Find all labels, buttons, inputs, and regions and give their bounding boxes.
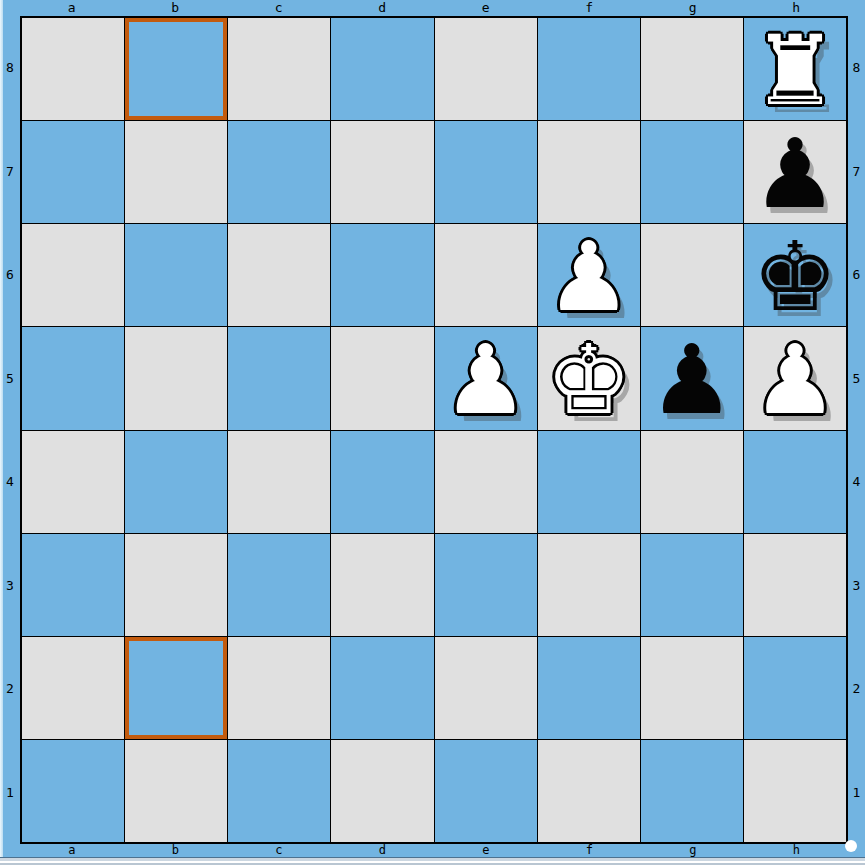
square-c1[interactable] [228,740,330,842]
file-label-e: e [434,844,538,857]
rank-label-8: 8 [848,60,865,75]
rank-label-1: 1 [0,785,20,800]
rank-label-7: 7 [0,164,20,179]
square-e4[interactable] [435,431,537,533]
square-b8[interactable] [125,18,227,120]
square-e6[interactable] [435,224,537,326]
square-h2[interactable] [744,637,846,739]
square-d5[interactable] [331,327,433,429]
square-d1[interactable] [331,740,433,842]
square-b5[interactable] [125,327,227,429]
square-f4[interactable] [538,431,640,533]
square-f3[interactable] [538,534,640,636]
square-h3[interactable] [744,534,846,636]
square-a3[interactable] [22,534,124,636]
file-label-g: g [641,844,745,857]
file-label-h: h [745,0,849,16]
square-a7[interactable] [22,121,124,223]
rank-label-4: 4 [0,474,20,489]
square-g1[interactable] [641,740,743,842]
side-to-move-indicator [845,840,857,852]
square-d4[interactable] [331,431,433,533]
square-h4[interactable] [744,431,846,533]
square-a2[interactable] [22,637,124,739]
rank-label-2: 2 [848,681,865,696]
board[interactable]: ♜♟♟♚♟♚♟♟ [20,16,848,844]
rank-label-3: 3 [0,578,20,593]
file-label-a: a [20,0,124,16]
rank-label-6: 6 [0,267,20,282]
square-b3[interactable] [125,534,227,636]
square-g8[interactable] [641,18,743,120]
square-d6[interactable] [331,224,433,326]
square-c5[interactable] [228,327,330,429]
square-g4[interactable] [641,431,743,533]
square-f1[interactable] [538,740,640,842]
rank-labels-left: 87654321 [0,16,20,844]
white-pawn-f6[interactable]: ♟ [546,229,632,325]
window-bottom-edge [0,857,865,865]
square-h8[interactable]: ♜ [744,18,846,120]
square-h6[interactable]: ♚ [744,224,846,326]
square-c7[interactable] [228,121,330,223]
black-pawn-h7[interactable]: ♟ [752,126,838,222]
rank-label-4: 4 [848,474,865,489]
square-g7[interactable] [641,121,743,223]
square-f8[interactable] [538,18,640,120]
square-c3[interactable] [228,534,330,636]
square-e3[interactable] [435,534,537,636]
rank-label-2: 2 [0,681,20,696]
square-b4[interactable] [125,431,227,533]
square-a8[interactable] [22,18,124,120]
file-label-b: b [124,0,228,16]
file-label-e: e [434,0,538,16]
square-a1[interactable] [22,740,124,842]
rank-labels-right: 87654321 [848,16,865,844]
square-a5[interactable] [22,327,124,429]
black-pawn-g5[interactable]: ♟ [649,332,735,428]
file-label-f: f [538,844,642,857]
file-label-b: b [124,844,228,857]
white-rook-h8[interactable]: ♜ [752,23,838,119]
square-e8[interactable] [435,18,537,120]
file-label-g: g [641,0,745,16]
rank-label-1: 1 [848,785,865,800]
board-panel: abcdefgh 87654321 87654321 ♜♟♟♚♟♚♟♟ abcd… [0,0,865,865]
square-f2[interactable] [538,637,640,739]
file-label-c: c [227,0,331,16]
square-b2[interactable] [125,637,227,739]
black-king-h6[interactable]: ♚ [752,229,838,325]
square-f6[interactable]: ♟ [538,224,640,326]
square-g5[interactable]: ♟ [641,327,743,429]
white-pawn-e5[interactable]: ♟ [443,332,529,428]
square-h1[interactable] [744,740,846,842]
white-king-f5[interactable]: ♚ [546,332,632,428]
square-f5[interactable]: ♚ [538,327,640,429]
square-d3[interactable] [331,534,433,636]
file-labels-bottom: abcdefgh [20,844,848,857]
square-e2[interactable] [435,637,537,739]
file-labels-top: abcdefgh [20,0,848,16]
rank-label-8: 8 [0,60,20,75]
file-label-h: h [745,844,849,857]
square-e7[interactable] [435,121,537,223]
square-a6[interactable] [22,224,124,326]
square-d8[interactable] [331,18,433,120]
square-c4[interactable] [228,431,330,533]
square-h5[interactable]: ♟ [744,327,846,429]
rank-label-5: 5 [0,371,20,386]
rank-label-7: 7 [848,164,865,179]
square-b6[interactable] [125,224,227,326]
square-d7[interactable] [331,121,433,223]
square-a4[interactable] [22,431,124,533]
square-g6[interactable] [641,224,743,326]
square-e1[interactable] [435,740,537,842]
white-pawn-h5[interactable]: ♟ [752,332,838,428]
square-c6[interactable] [228,224,330,326]
file-label-a: a [20,844,124,857]
square-g3[interactable] [641,534,743,636]
square-g2[interactable] [641,637,743,739]
square-c8[interactable] [228,18,330,120]
file-label-c: c [227,844,331,857]
square-e5[interactable]: ♟ [435,327,537,429]
rank-label-6: 6 [848,267,865,282]
square-b1[interactable] [125,740,227,842]
square-d2[interactable] [331,637,433,739]
file-label-d: d [331,0,435,16]
square-f7[interactable] [538,121,640,223]
square-b7[interactable] [125,121,227,223]
square-c2[interactable] [228,637,330,739]
file-label-f: f [538,0,642,16]
rank-label-3: 3 [848,578,865,593]
file-label-d: d [331,844,435,857]
rank-label-5: 5 [848,371,865,386]
square-h7[interactable]: ♟ [744,121,846,223]
